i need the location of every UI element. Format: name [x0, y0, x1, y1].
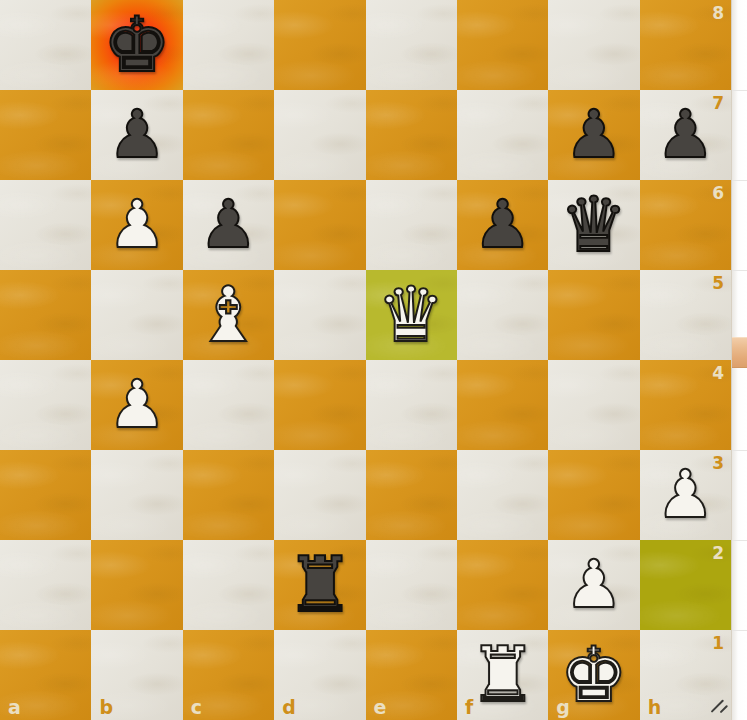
resize-handle-icon[interactable] [708, 696, 734, 716]
square-f7[interactable] [457, 90, 548, 180]
square-f3[interactable] [457, 450, 548, 540]
square-f5[interactable] [457, 270, 548, 360]
square-a7[interactable] [0, 90, 91, 180]
piece-white-rook[interactable]: ♜ [457, 630, 548, 720]
square-h5[interactable]: 5 [640, 270, 731, 360]
coord-file-d: d [282, 696, 296, 718]
square-e5[interactable]: ♛ [366, 270, 457, 360]
chess-board: ♚8♟♟♟7♟♟♟♛6♝♛5♟4♟3♜♟2abcde♜f♚g1h [0, 0, 731, 720]
square-g6[interactable]: ♛ [548, 180, 639, 270]
square-d8[interactable] [274, 0, 365, 90]
square-c2[interactable] [183, 540, 274, 630]
square-a8[interactable] [0, 0, 91, 90]
square-d6[interactable] [274, 180, 365, 270]
scrollbar-thumb[interactable] [732, 337, 747, 368]
square-b6[interactable]: ♟ [91, 180, 182, 270]
square-f2[interactable] [457, 540, 548, 630]
square-e3[interactable] [366, 450, 457, 540]
piece-black-king[interactable]: ♚ [91, 0, 182, 90]
square-f8[interactable] [457, 0, 548, 90]
square-e6[interactable] [366, 180, 457, 270]
coord-rank-6: 6 [712, 183, 724, 203]
square-d4[interactable] [274, 360, 365, 450]
square-g1[interactable]: ♚g [548, 630, 639, 720]
square-g4[interactable] [548, 360, 639, 450]
coord-rank-1: 1 [712, 633, 724, 653]
square-h7[interactable]: ♟7 [640, 90, 731, 180]
coord-file-a: a [8, 696, 21, 718]
square-g2[interactable]: ♟ [548, 540, 639, 630]
piece-black-pawn[interactable]: ♟ [548, 90, 639, 180]
square-a4[interactable] [0, 360, 91, 450]
square-h8[interactable]: 8 [640, 0, 731, 90]
piece-black-pawn[interactable]: ♟ [457, 180, 548, 270]
square-c5[interactable]: ♝ [183, 270, 274, 360]
square-c1[interactable]: c [183, 630, 274, 720]
coord-rank-5: 5 [712, 273, 724, 293]
square-h2[interactable]: 2 [640, 540, 731, 630]
square-c8[interactable] [183, 0, 274, 90]
square-e1[interactable]: e [366, 630, 457, 720]
square-d2[interactable]: ♜ [274, 540, 365, 630]
square-g3[interactable] [548, 450, 639, 540]
coord-file-h: h [648, 696, 662, 718]
piece-black-pawn[interactable]: ♟ [183, 180, 274, 270]
square-a1[interactable]: a [0, 630, 91, 720]
piece-black-queen[interactable]: ♛ [548, 180, 639, 270]
square-d3[interactable] [274, 450, 365, 540]
coord-rank-2: 2 [712, 543, 724, 563]
strip-seam [732, 630, 747, 631]
square-c3[interactable] [183, 450, 274, 540]
square-e2[interactable] [366, 540, 457, 630]
square-e8[interactable] [366, 0, 457, 90]
square-c6[interactable]: ♟ [183, 180, 274, 270]
square-d1[interactable]: d [274, 630, 365, 720]
square-b2[interactable] [91, 540, 182, 630]
coord-file-e: e [374, 696, 387, 718]
coord-rank-8: 8 [712, 3, 724, 23]
strip-seam [732, 270, 747, 271]
square-h4[interactable]: 4 [640, 360, 731, 450]
square-e4[interactable] [366, 360, 457, 450]
piece-black-pawn[interactable]: ♟ [640, 90, 731, 180]
strip-seam [732, 90, 747, 91]
square-a5[interactable] [0, 270, 91, 360]
square-h6[interactable]: 6 [640, 180, 731, 270]
square-f6[interactable]: ♟ [457, 180, 548, 270]
square-g5[interactable] [548, 270, 639, 360]
piece-white-pawn[interactable]: ♟ [91, 360, 182, 450]
scrollbar-track[interactable] [731, 0, 747, 720]
square-c7[interactable] [183, 90, 274, 180]
coord-file-c: c [191, 696, 202, 718]
square-g8[interactable] [548, 0, 639, 90]
piece-white-king[interactable]: ♚ [548, 630, 639, 720]
square-c4[interactable] [183, 360, 274, 450]
piece-black-pawn[interactable]: ♟ [91, 90, 182, 180]
piece-white-pawn[interactable]: ♟ [548, 540, 639, 630]
chess-app: ♚8♟♟♟7♟♟♟♛6♝♛5♟4♟3♜♟2abcde♜f♚g1h [0, 0, 747, 720]
square-b3[interactable] [91, 450, 182, 540]
square-e7[interactable] [366, 90, 457, 180]
strip-seam [732, 540, 747, 541]
square-a6[interactable] [0, 180, 91, 270]
square-b1[interactable]: b [91, 630, 182, 720]
square-a2[interactable] [0, 540, 91, 630]
piece-white-pawn[interactable]: ♟ [640, 450, 731, 540]
square-f1[interactable]: ♜f [457, 630, 548, 720]
strip-seam [732, 450, 747, 451]
piece-white-pawn[interactable]: ♟ [91, 180, 182, 270]
square-b8[interactable]: ♚ [91, 0, 182, 90]
square-b5[interactable] [91, 270, 182, 360]
square-a3[interactable] [0, 450, 91, 540]
square-d7[interactable] [274, 90, 365, 180]
coord-rank-4: 4 [712, 363, 724, 383]
square-h3[interactable]: ♟3 [640, 450, 731, 540]
square-f4[interactable] [457, 360, 548, 450]
coord-file-b: b [99, 696, 113, 718]
square-b7[interactable]: ♟ [91, 90, 182, 180]
piece-white-queen[interactable]: ♛ [366, 270, 457, 360]
piece-white-bishop[interactable]: ♝ [183, 270, 274, 360]
square-b4[interactable]: ♟ [91, 360, 182, 450]
piece-black-rook[interactable]: ♜ [274, 540, 365, 630]
strip-seam [732, 180, 747, 181]
square-d5[interactable] [274, 270, 365, 360]
square-g7[interactable]: ♟ [548, 90, 639, 180]
